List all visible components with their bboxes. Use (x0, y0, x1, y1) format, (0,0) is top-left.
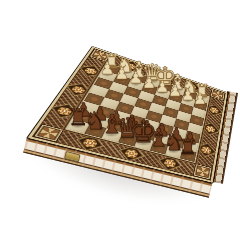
rosette-icon (205, 124, 216, 133)
piece-white-pawn[interactable]: ♟ (142, 75, 156, 91)
rosette-icon (71, 85, 87, 95)
rosette-icon (201, 145, 212, 155)
chess-set-photo: ♜♞♟♝♟♛♟♚♟♝♟♞♟♜♟♟♟♟♟♜♟♞♟♝♟♛♟♚♟♝♞♜ (0, 0, 240, 240)
rosette-icon (82, 137, 99, 148)
rosette-icon (163, 158, 177, 169)
piece-white-pawn[interactable]: ♟ (193, 92, 207, 107)
rosette-icon (83, 66, 98, 75)
rosette-icon (124, 148, 139, 159)
piece-black-rook[interactable]: ♜ (179, 137, 198, 158)
piece-white-pawn[interactable]: ♟ (100, 61, 115, 78)
piece-white-pawn[interactable]: ♟ (128, 70, 142, 86)
rosette-icon (209, 106, 219, 114)
piece-white-pawn[interactable]: ♟ (114, 66, 129, 82)
